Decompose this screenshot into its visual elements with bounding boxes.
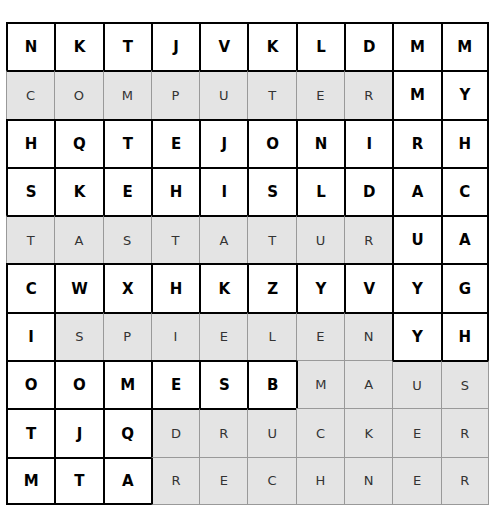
grid-cell-r5c3[interactable]: S [103, 215, 151, 263]
grid-cell-r4c10[interactable]: C [441, 167, 489, 215]
worksheet-page: NKTJVKLDMMCOMPUTERMYHQTEJONIRHSKEHISLDAC… [0, 0, 500, 520]
grid-cell-r3c8[interactable]: I [344, 119, 392, 167]
grid-cell-r2c3[interactable]: M [103, 70, 151, 118]
grid-cell-r7c1[interactable]: I [6, 312, 54, 360]
grid-cell-r7c8[interactable]: N [344, 312, 392, 360]
grid-cell-r8c5[interactable]: S [199, 360, 247, 408]
grid-cell-r1c6[interactable]: K [247, 22, 295, 70]
grid-cell-r4c7[interactable]: L [296, 167, 344, 215]
grid-cell-r2c2[interactable]: O [54, 70, 102, 118]
grid-cell-r9c7[interactable]: C [296, 408, 344, 456]
grid-cell-r4c4[interactable]: H [151, 167, 199, 215]
grid-cell-r7c6[interactable]: L [247, 312, 295, 360]
grid-cell-r8c6[interactable]: B [247, 360, 295, 408]
grid-cell-r10c8[interactable]: N [344, 457, 392, 505]
grid-cell-r6c1[interactable]: C [6, 263, 54, 311]
grid-cell-r9c10[interactable]: R [441, 408, 489, 456]
grid-cell-r2c7[interactable]: E [296, 70, 344, 118]
grid-cell-r1c4[interactable]: J [151, 22, 199, 70]
grid-cell-r6c6[interactable]: Z [247, 263, 295, 311]
grid-cell-r1c5[interactable]: V [199, 22, 247, 70]
grid-cell-r6c9[interactable]: Y [392, 263, 440, 311]
grid-cell-r6c3[interactable]: X [103, 263, 151, 311]
grid-cell-r8c10[interactable]: S [441, 360, 489, 408]
grid-cell-r1c7[interactable]: L [296, 22, 344, 70]
grid-cell-r3c5[interactable]: J [199, 119, 247, 167]
grid-cell-r9c9[interactable]: E [392, 408, 440, 456]
grid-cell-r7c4[interactable]: I [151, 312, 199, 360]
grid-cell-r10c5[interactable]: E [199, 457, 247, 505]
grid-cell-r2c8[interactable]: R [344, 70, 392, 118]
grid-cell-r8c9[interactable]: U [392, 360, 440, 408]
grid-cell-r3c9[interactable]: R [392, 119, 440, 167]
grid-cell-r9c8[interactable]: K [344, 408, 392, 456]
grid-cell-r5c7[interactable]: U [296, 215, 344, 263]
grid-cell-r7c3[interactable]: P [103, 312, 151, 360]
grid-cell-r4c2[interactable]: K [54, 167, 102, 215]
grid-cell-r7c10[interactable]: H [441, 312, 489, 360]
grid-cell-r1c3[interactable]: T [103, 22, 151, 70]
grid-cell-r2c5[interactable]: U [199, 70, 247, 118]
grid-cell-r3c3[interactable]: T [103, 119, 151, 167]
grid-cell-r4c9[interactable]: A [392, 167, 440, 215]
grid-cell-r8c7[interactable]: M [296, 360, 344, 408]
grid-cell-r9c1[interactable]: T [6, 408, 54, 456]
grid-cell-r4c5[interactable]: I [199, 167, 247, 215]
grid-cell-r5c4[interactable]: T [151, 215, 199, 263]
grid-cell-r1c10[interactable]: M [441, 22, 489, 70]
grid-cell-r2c6[interactable]: T [247, 70, 295, 118]
grid-cell-r7c5[interactable]: E [199, 312, 247, 360]
grid-cell-r8c2[interactable]: O [54, 360, 102, 408]
grid-cell-r10c2[interactable]: T [54, 457, 102, 505]
grid-cell-r10c3[interactable]: A [103, 457, 151, 505]
grid-cell-r5c5[interactable]: A [199, 215, 247, 263]
grid-cell-r8c8[interactable]: A [344, 360, 392, 408]
grid-cell-r8c4[interactable]: E [151, 360, 199, 408]
grid-cell-r5c9[interactable]: U [392, 215, 440, 263]
grid-cell-r4c1[interactable]: S [6, 167, 54, 215]
grid-cell-r3c2[interactable]: Q [54, 119, 102, 167]
grid-cell-r2c1[interactable]: C [6, 70, 54, 118]
grid-cell-r8c1[interactable]: O [6, 360, 54, 408]
grid-cell-r10c6[interactable]: C [247, 457, 295, 505]
grid-cell-r7c7[interactable]: E [296, 312, 344, 360]
grid-cell-r3c10[interactable]: H [441, 119, 489, 167]
grid-cell-r1c9[interactable]: M [392, 22, 440, 70]
grid-cell-r7c9[interactable]: Y [392, 312, 440, 360]
grid-cell-r3c4[interactable]: E [151, 119, 199, 167]
grid-cell-r1c1[interactable]: N [6, 22, 54, 70]
grid-cell-r7c2[interactable]: S [54, 312, 102, 360]
grid-cell-r2c9[interactable]: M [392, 70, 440, 118]
grid-cell-r4c6[interactable]: S [247, 167, 295, 215]
grid-cell-r3c1[interactable]: H [6, 119, 54, 167]
grid-cell-r6c2[interactable]: W [54, 263, 102, 311]
grid-cell-r5c8[interactable]: R [344, 215, 392, 263]
grid-cell-r10c1[interactable]: M [6, 457, 54, 505]
grid-cell-r9c3[interactable]: Q [103, 408, 151, 456]
grid-cell-r10c7[interactable]: H [296, 457, 344, 505]
grid-cell-r6c10[interactable]: G [441, 263, 489, 311]
grid-cell-r4c8[interactable]: D [344, 167, 392, 215]
grid-cell-r9c2[interactable]: J [54, 408, 102, 456]
grid-cell-r8c3[interactable]: M [103, 360, 151, 408]
grid-cell-r5c2[interactable]: A [54, 215, 102, 263]
grid-cell-r10c10[interactable]: R [441, 457, 489, 505]
grid-cell-r6c7[interactable]: Y [296, 263, 344, 311]
grid-cell-r9c6[interactable]: U [247, 408, 295, 456]
grid-cell-r1c8[interactable]: D [344, 22, 392, 70]
grid-cell-r10c4[interactable]: R [151, 457, 199, 505]
grid-cell-r9c4[interactable]: D [151, 408, 199, 456]
grid-cell-r6c8[interactable]: V [344, 263, 392, 311]
grid-cell-r1c2[interactable]: K [54, 22, 102, 70]
grid-cell-r3c6[interactable]: O [247, 119, 295, 167]
grid-cell-r2c4[interactable]: P [151, 70, 199, 118]
grid-cell-r6c5[interactable]: K [199, 263, 247, 311]
grid-cell-r2c10[interactable]: Y [441, 70, 489, 118]
grid-cell-r10c9[interactable]: E [392, 457, 440, 505]
grid-cell-r4c3[interactable]: E [103, 167, 151, 215]
grid-cell-r5c1[interactable]: T [6, 215, 54, 263]
grid-cell-r3c7[interactable]: N [296, 119, 344, 167]
grid-cell-r5c10[interactable]: A [441, 215, 489, 263]
grid-cell-r9c5[interactable]: R [199, 408, 247, 456]
grid-cell-r6c4[interactable]: H [151, 263, 199, 311]
word-search-grid: NKTJVKLDMMCOMPUTERMYHQTEJONIRHSKEHISLDAC… [6, 22, 489, 505]
grid-cell-r5c6[interactable]: T [247, 215, 295, 263]
